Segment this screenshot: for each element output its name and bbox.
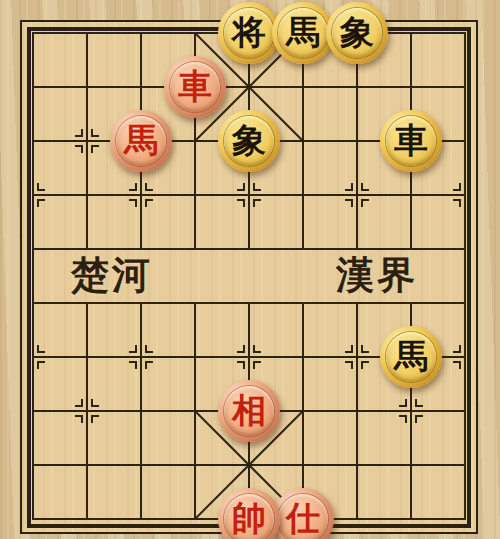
- piece-red-chariot[interactable]: 車: [164, 56, 226, 118]
- star-point-1-2-tr: [91, 129, 99, 137]
- star-point-6-3-br: [361, 199, 369, 207]
- star-point-4-6-bl: [237, 361, 245, 369]
- piece-red-elephant[interactable]: 相: [218, 380, 280, 442]
- star-point-4-6-br: [253, 361, 261, 369]
- star-point-6-3-tr: [361, 183, 369, 191]
- file-line-0: [32, 32, 34, 520]
- piece-black-elephant-2-glyph: 象: [224, 116, 274, 166]
- piece-red-general-glyph: 帥: [224, 494, 274, 539]
- piece-black-general-glyph: 将: [224, 8, 274, 58]
- star-point-7-7-tl: [399, 399, 407, 407]
- river-label-left: 楚河: [71, 250, 153, 301]
- star-point-2-6-br: [145, 361, 153, 369]
- star-point-4-3-tr: [253, 183, 261, 191]
- file-line-8: [464, 32, 466, 520]
- piece-red-horse[interactable]: 馬: [110, 110, 172, 172]
- piece-black-horse-1-glyph: 馬: [278, 8, 328, 58]
- piece-black-horse-1[interactable]: 馬: [272, 2, 334, 64]
- piece-red-elephant-glyph: 相: [224, 386, 274, 436]
- star-point-1-2-tl: [75, 129, 83, 137]
- star-point-6-6-tr: [361, 345, 369, 353]
- star-point-6-6-bl: [345, 361, 353, 369]
- xiangqi-board: 楚河 漢界 将馬象象車馬車馬相仕帥: [0, 0, 500, 539]
- star-point-2-3-tr: [145, 183, 153, 191]
- star-point-1-7-br: [91, 415, 99, 423]
- piece-black-elephant-2[interactable]: 象: [218, 110, 280, 172]
- piece-black-general[interactable]: 将: [218, 2, 280, 64]
- star-point-0-6-br: [37, 361, 45, 369]
- file-line-6-top: [356, 32, 358, 250]
- piece-black-chariot-glyph: 車: [386, 116, 436, 166]
- star-point-2-3-tl: [129, 183, 137, 191]
- piece-black-horse-2-glyph: 馬: [386, 332, 436, 382]
- star-point-4-6-tr: [253, 345, 261, 353]
- star-point-4-3-bl: [237, 199, 245, 207]
- piece-red-advisor-glyph: 仕: [278, 494, 328, 539]
- file-line-2-bottom: [140, 302, 142, 520]
- star-point-1-7-bl: [75, 415, 83, 423]
- star-point-2-6-tl: [129, 345, 137, 353]
- star-point-7-7-bl: [399, 415, 407, 423]
- star-point-1-2-br: [91, 145, 99, 153]
- star-point-8-3-bl: [453, 199, 461, 207]
- star-point-7-7-br: [415, 415, 423, 423]
- star-point-2-6-tr: [145, 345, 153, 353]
- star-point-6-3-bl: [345, 199, 353, 207]
- piece-black-elephant-1-glyph: 象: [332, 8, 382, 58]
- star-point-4-3-br: [253, 199, 261, 207]
- piece-black-chariot[interactable]: 車: [380, 110, 442, 172]
- star-point-4-3-tl: [237, 183, 245, 191]
- star-point-8-3-tl: [453, 183, 461, 191]
- star-point-6-3-tl: [345, 183, 353, 191]
- star-point-0-3-br: [37, 199, 45, 207]
- star-point-1-7-tl: [75, 399, 83, 407]
- piece-red-horse-glyph: 馬: [116, 116, 166, 166]
- star-point-2-3-bl: [129, 199, 137, 207]
- star-point-4-6-tl: [237, 345, 245, 353]
- star-point-7-7-tr: [415, 399, 423, 407]
- file-line-1-top: [86, 32, 88, 250]
- piece-black-horse-2[interactable]: 馬: [380, 326, 442, 388]
- star-point-6-6-tl: [345, 345, 353, 353]
- star-point-8-6-tl: [453, 345, 461, 353]
- river-label-right: 漢界: [336, 250, 418, 301]
- star-point-0-3-tr: [37, 183, 45, 191]
- piece-black-elephant-1[interactable]: 象: [326, 2, 388, 64]
- star-point-2-3-br: [145, 199, 153, 207]
- file-line-6-bottom: [356, 302, 358, 520]
- board-grid[interactable]: 楚河 漢界 将馬象象車馬車馬相仕帥: [0, 0, 500, 539]
- piece-red-chariot-glyph: 車: [170, 62, 220, 112]
- star-point-1-7-tr: [91, 399, 99, 407]
- file-line-1-bottom: [86, 302, 88, 520]
- piece-red-advisor[interactable]: 仕: [272, 488, 334, 539]
- star-point-0-6-tr: [37, 345, 45, 353]
- star-point-6-6-br: [361, 361, 369, 369]
- star-point-1-2-bl: [75, 145, 83, 153]
- star-point-8-6-bl: [453, 361, 461, 369]
- star-point-2-6-bl: [129, 361, 137, 369]
